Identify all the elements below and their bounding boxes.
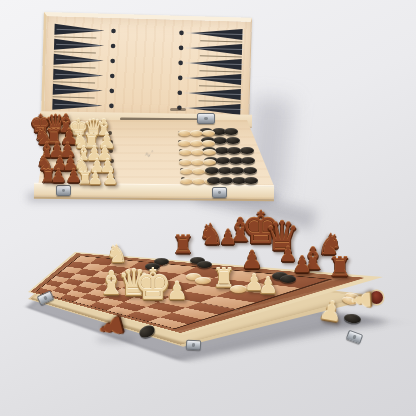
checker-natural — [179, 149, 192, 155]
checker-natural — [202, 140, 215, 146]
hinge-metal-icon — [197, 113, 215, 124]
alt-point-line — [53, 82, 95, 83]
chess-piece-brown-rook: ♜ — [327, 254, 353, 280]
checker-black — [241, 157, 255, 164]
checker-black — [243, 167, 257, 174]
tray-piece-natural-pawn: ♟ — [102, 170, 119, 187]
chess-piece-brown-knight: ♞ — [197, 221, 225, 249]
hinge-rod — [170, 108, 186, 111]
checker-natural — [192, 168, 205, 174]
peg-dot — [109, 104, 114, 109]
chess-piece-natural-king: ♚ — [132, 264, 174, 306]
chess-piece-brown-pawn: ♟ — [240, 248, 264, 272]
checker-black — [197, 261, 212, 268]
chess-piece-brown-rook: ♜ — [171, 233, 195, 257]
peg-dot — [111, 29, 116, 34]
peg-dot — [179, 45, 184, 50]
backgammon-lid — [41, 12, 252, 123]
backgammon-points — [44, 16, 251, 122]
alt-point-line — [199, 86, 241, 87]
front-clasp-right-icon — [212, 187, 227, 198]
checker-natural — [203, 149, 216, 155]
checker-black — [240, 147, 254, 154]
alt-point-line — [199, 71, 241, 72]
peg-dot — [179, 30, 184, 35]
checker-black — [216, 157, 230, 164]
peg-dot — [110, 74, 115, 79]
checker-natural — [202, 130, 215, 136]
checker-natural — [178, 130, 191, 136]
board-clasp-icon — [346, 330, 364, 345]
checker-black — [205, 167, 219, 174]
peg-dot — [109, 89, 114, 94]
peg-dot — [178, 75, 183, 80]
alt-point-line — [200, 56, 242, 57]
checker-black — [280, 275, 296, 283]
alt-point-line — [200, 41, 242, 42]
checker-black — [230, 167, 244, 174]
product-photo-canvas: ∿ʾ ♚♛♝♞♜♟♝♟♟♞♟♟♜♟♟♚♛♝♞♜♟♝♟♟♞♟♟♜♟♟♞♝♛♚♟♜♟… — [0, 0, 416, 416]
alt-point-line — [54, 52, 96, 53]
peg-dot — [178, 60, 183, 65]
peg-dot — [177, 90, 182, 95]
front-clasp-left-icon — [56, 185, 71, 196]
loose-pawn-natural: ♟ — [349, 287, 374, 312]
board-clasp-icon — [186, 340, 202, 351]
chess-piece-natural-pawn: ♟ — [257, 275, 279, 297]
chess-piece-brown-pawn: ♟ — [291, 254, 313, 276]
checker-natural — [180, 168, 193, 174]
alt-point-line — [199, 101, 241, 102]
peg-dot — [111, 44, 116, 49]
checker-black — [219, 177, 233, 184]
checker-black — [224, 128, 238, 135]
checker-natural — [195, 277, 211, 284]
checker-natural — [190, 130, 203, 136]
alt-point-line — [53, 67, 95, 68]
peg-dot — [110, 59, 115, 64]
loose-pawn-natural: ♟ — [316, 296, 346, 326]
alt-point-line — [53, 97, 95, 98]
checker-black — [244, 177, 258, 184]
alt-point-line — [54, 37, 96, 38]
checker-natural — [203, 159, 216, 165]
checker-natural — [191, 149, 204, 155]
